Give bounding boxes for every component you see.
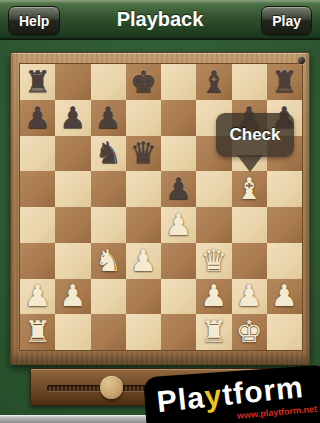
- square-f3[interactable]: ♛: [196, 243, 231, 279]
- square-h5[interactable]: [267, 171, 302, 207]
- square-g3[interactable]: [232, 243, 267, 279]
- square-g5[interactable]: ♝: [232, 171, 267, 207]
- black-pawn: ♟: [165, 174, 192, 204]
- square-g8[interactable]: [232, 64, 267, 100]
- square-h1[interactable]: [267, 314, 302, 350]
- navigation-bar: Help Playback Play: [0, 0, 320, 40]
- square-h4[interactable]: [267, 207, 302, 243]
- square-b5[interactable]: [55, 171, 90, 207]
- square-c3[interactable]: ♞: [91, 243, 126, 279]
- square-d8[interactable]: ♚: [126, 64, 161, 100]
- black-rook: ♜: [24, 67, 51, 97]
- square-f8[interactable]: ♝: [196, 64, 231, 100]
- square-b8[interactable]: [55, 64, 90, 100]
- white-queen: ♛: [200, 246, 227, 276]
- square-d1[interactable]: [126, 314, 161, 350]
- square-f1[interactable]: ♜: [196, 314, 231, 350]
- screw-icon: [298, 57, 305, 64]
- white-bishop: ♝: [236, 174, 263, 204]
- square-d5[interactable]: [126, 171, 161, 207]
- white-rook: ♜: [24, 317, 51, 347]
- play-button[interactable]: Play: [261, 6, 312, 35]
- square-e6[interactable]: [161, 136, 196, 172]
- square-d2[interactable]: [126, 279, 161, 315]
- white-pawn: ♟: [200, 281, 227, 311]
- black-knight: ♞: [95, 138, 122, 168]
- square-b4[interactable]: [55, 207, 90, 243]
- square-h8[interactable]: ♜: [267, 64, 302, 100]
- square-c6[interactable]: ♞: [91, 136, 126, 172]
- check-annotation-bubble: Check: [216, 113, 294, 157]
- square-f4[interactable]: [196, 207, 231, 243]
- square-d3[interactable]: ♟: [126, 243, 161, 279]
- square-d7[interactable]: [126, 100, 161, 136]
- square-c1[interactable]: [91, 314, 126, 350]
- square-c4[interactable]: [91, 207, 126, 243]
- square-e5[interactable]: ♟: [161, 171, 196, 207]
- help-button[interactable]: Help: [8, 6, 60, 35]
- square-b6[interactable]: [55, 136, 90, 172]
- square-c8[interactable]: [91, 64, 126, 100]
- white-pawn: ♟: [271, 281, 298, 311]
- watermark-brand-pre: Pla: [155, 380, 206, 418]
- square-e2[interactable]: [161, 279, 196, 315]
- square-d4[interactable]: [126, 207, 161, 243]
- square-a2[interactable]: ♟: [20, 279, 55, 315]
- white-pawn: ♟: [236, 281, 263, 311]
- black-rook: ♜: [271, 67, 298, 97]
- square-b1[interactable]: [55, 314, 90, 350]
- square-a1[interactable]: ♜: [20, 314, 55, 350]
- square-e1[interactable]: [161, 314, 196, 350]
- square-d6[interactable]: ♛: [126, 136, 161, 172]
- square-e7[interactable]: [161, 100, 196, 136]
- chess-board-frame: ♜♚♝♜♟♟♟♟♟♞♛♟♝♟♞♟♛♟♟♟♟♟♜♜♚ Check: [10, 52, 310, 365]
- square-e3[interactable]: [161, 243, 196, 279]
- square-f5[interactable]: [196, 171, 231, 207]
- square-a7[interactable]: ♟: [20, 100, 55, 136]
- square-c7[interactable]: ♟: [91, 100, 126, 136]
- square-e8[interactable]: [161, 64, 196, 100]
- page-title: Playback: [117, 8, 204, 31]
- black-pawn: ♟: [59, 103, 86, 133]
- square-b7[interactable]: ♟: [55, 100, 90, 136]
- square-a6[interactable]: [20, 136, 55, 172]
- black-queen: ♛: [130, 138, 157, 168]
- square-h2[interactable]: ♟: [267, 279, 302, 315]
- check-annotation-label: Check: [229, 125, 280, 145]
- white-rook: ♜: [200, 317, 227, 347]
- square-f2[interactable]: ♟: [196, 279, 231, 315]
- white-pawn: ♟: [165, 210, 192, 240]
- square-h3[interactable]: [267, 243, 302, 279]
- black-bishop: ♝: [200, 67, 227, 97]
- square-c5[interactable]: [91, 171, 126, 207]
- square-e4[interactable]: ♟: [161, 207, 196, 243]
- square-b2[interactable]: ♟: [55, 279, 90, 315]
- square-g2[interactable]: ♟: [232, 279, 267, 315]
- playback-slider-knob[interactable]: [100, 376, 123, 399]
- black-pawn: ♟: [95, 103, 122, 133]
- square-a8[interactable]: ♜: [20, 64, 55, 100]
- white-knight: ♞: [95, 246, 122, 276]
- square-b3[interactable]: [55, 243, 90, 279]
- board-grid: ♜♚♝♜♟♟♟♟♟♞♛♟♝♟♞♟♛♟♟♟♟♟♜♜♚: [19, 63, 303, 351]
- white-pawn: ♟: [130, 246, 157, 276]
- black-pawn: ♟: [24, 103, 51, 133]
- square-g1[interactable]: ♚: [232, 314, 267, 350]
- square-a4[interactable]: [20, 207, 55, 243]
- square-a5[interactable]: [20, 171, 55, 207]
- square-g4[interactable]: [232, 207, 267, 243]
- white-pawn: ♟: [24, 281, 51, 311]
- black-king: ♚: [130, 67, 157, 97]
- check-annotation-arrow-icon: [237, 155, 263, 172]
- white-king: ♚: [236, 317, 263, 347]
- square-a3[interactable]: [20, 243, 55, 279]
- white-pawn: ♟: [59, 281, 86, 311]
- square-c2[interactable]: [91, 279, 126, 315]
